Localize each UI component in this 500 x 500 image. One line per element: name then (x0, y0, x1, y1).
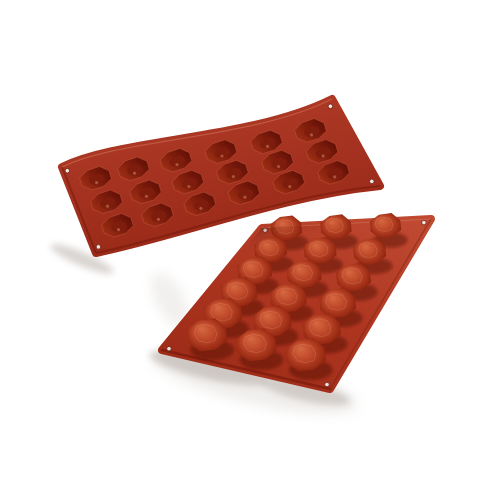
product-photo-svg (0, 0, 500, 500)
cavity-glint (187, 185, 190, 188)
cavity-glint (232, 175, 235, 178)
corner-hole (370, 179, 375, 184)
cavity-glint (266, 145, 269, 148)
corner-hole (325, 382, 330, 387)
corner-hole (422, 220, 427, 225)
cavity-glint (157, 218, 160, 221)
cavity-glint (117, 228, 120, 231)
product-photo: Two terracotta-red flexible silicone 18-… (0, 0, 500, 500)
cavity-glint (322, 154, 325, 157)
corner-hole (65, 168, 70, 173)
cavity-glint (175, 163, 178, 166)
cavity-glint (220, 154, 223, 157)
corner-hole (167, 346, 172, 351)
corner-hole (96, 245, 101, 250)
cavity-glint (288, 185, 291, 188)
corner-hole (328, 104, 333, 109)
cavity-glint (333, 175, 336, 178)
cavity-glint (106, 205, 109, 208)
cavity-glint (95, 181, 98, 184)
cavity-glint (199, 207, 202, 210)
cavity-glint (310, 133, 313, 136)
cavity-glint (133, 172, 136, 175)
cavity-glint (277, 165, 280, 168)
cavity-glint (243, 196, 246, 199)
cavity-glint (145, 195, 148, 198)
